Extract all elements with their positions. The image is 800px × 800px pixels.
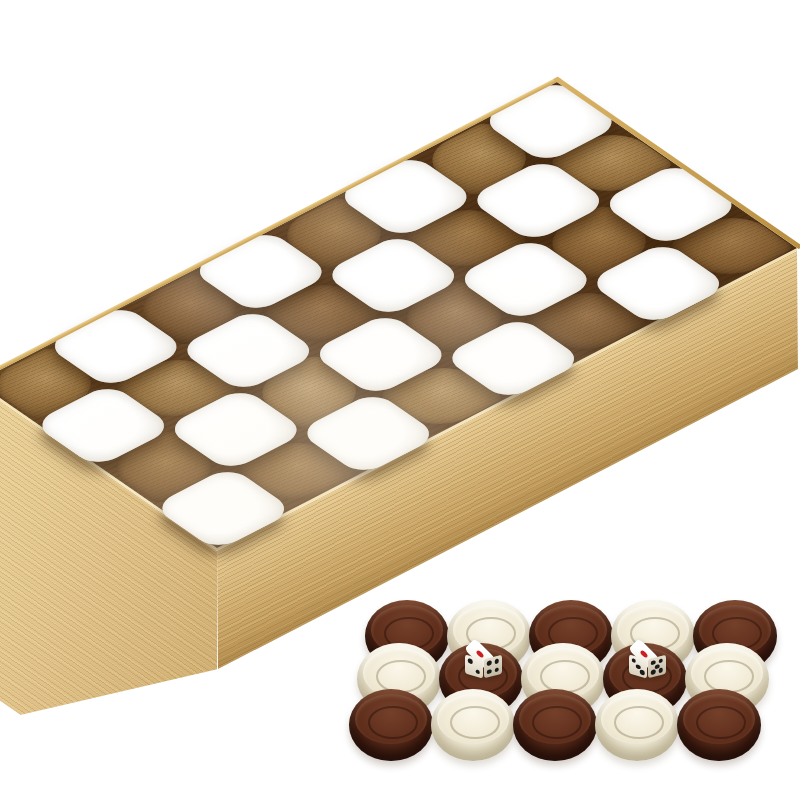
die-pip: [659, 667, 664, 673]
checker-groove-ring: [368, 706, 417, 739]
die-right-face: [484, 655, 502, 678]
checker-groove-ring: [540, 660, 589, 693]
die-left-face: [465, 654, 483, 678]
checker-brown-r3c1[interactable]: [349, 689, 433, 761]
die-pip: [636, 664, 641, 670]
die-left-face: [629, 654, 647, 678]
die-pip: [487, 660, 492, 666]
die-1[interactable]: [462, 643, 506, 685]
checker-ivory-r3c4[interactable]: [595, 689, 679, 761]
die-pip: [468, 658, 473, 664]
die-pip: [631, 658, 636, 664]
die-pip: [487, 669, 492, 675]
checker-groove-ring: [614, 706, 663, 739]
checker-groove-ring: [532, 706, 581, 739]
die-pip: [659, 658, 664, 664]
checker-brown-r3c5[interactable]: [677, 689, 761, 761]
checker-groove-ring: [704, 660, 753, 693]
die-pip: [651, 669, 656, 675]
checker-groove-ring: [696, 706, 745, 739]
die-right-face: [648, 655, 666, 678]
die-pip: [640, 669, 645, 675]
checker-ivory-r3c2[interactable]: [431, 689, 515, 761]
die-2[interactable]: [626, 643, 670, 685]
checker-groove-ring: [376, 660, 425, 693]
checker-brown-r3c3[interactable]: [513, 689, 597, 761]
die-pip: [476, 669, 481, 675]
die-pip: [494, 659, 499, 665]
product-photo-stage: [0, 0, 800, 800]
checker-groove-ring: [450, 706, 499, 739]
die-pip: [494, 667, 499, 673]
